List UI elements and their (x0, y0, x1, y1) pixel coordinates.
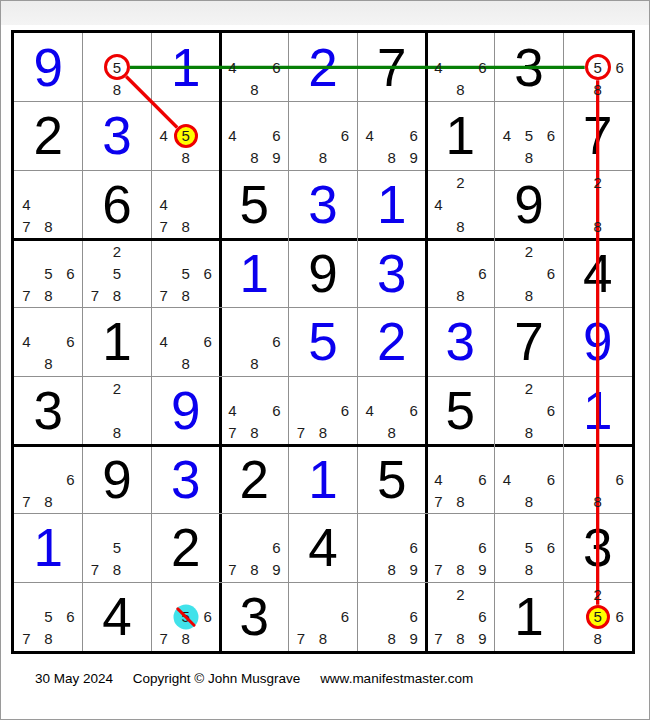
pencil-mark: 8 (175, 147, 197, 169)
cell-r2c7[interactable]: 1 (426, 102, 495, 171)
cell-digit: 2 (357, 308, 426, 377)
cell-r5c9[interactable]: 9 (563, 308, 632, 377)
cell-r4c5[interactable]: 9 (289, 239, 358, 308)
pencil-mark: 6 (403, 400, 425, 422)
pencil-mark: 8 (449, 284, 471, 306)
grid-line-vertical (563, 33, 564, 651)
pencil-mark: 4 (153, 331, 175, 353)
cell-r6c1[interactable]: 3 (14, 376, 83, 445)
cell-r8c6[interactable]: 689 (357, 514, 426, 583)
grid-line-horizontal (14, 170, 632, 171)
pencil-mark: 9 (471, 628, 493, 650)
pencil-mark: 6 (471, 56, 493, 78)
pencil-mark: 6 (265, 331, 287, 353)
cell-r7c7[interactable]: 4678 (426, 445, 495, 514)
pencil-mark: 6 (609, 468, 631, 490)
grid-line-horizontal (14, 444, 632, 447)
pencil-mark: 6 (59, 331, 81, 353)
pencil-mark: 8 (37, 628, 59, 650)
pencil-mark: 4 (427, 194, 449, 216)
pencil-mark: 2 (587, 584, 609, 606)
pencil-mark: 8 (243, 147, 265, 169)
cell-digit: 3 (151, 445, 220, 514)
pencil-mark: 8 (37, 284, 59, 306)
cell-digit: 7 (495, 308, 564, 377)
cell-r6c9[interactable]: 1 (563, 376, 632, 445)
pencil-mark: 7 (221, 422, 243, 444)
pencil-mark: 8 (587, 78, 609, 100)
cell-r5c2[interactable]: 1 (83, 308, 152, 377)
cell-r8c3[interactable]: 2 (151, 514, 220, 583)
pencil-mark: 8 (106, 559, 128, 581)
footer-copyright: Copyright © John Musgrave (133, 671, 301, 686)
cell-r3c1[interactable]: 478 (14, 170, 83, 239)
cell-r4c6[interactable]: 3 (357, 239, 426, 308)
pencil-mark: 7 (153, 628, 175, 650)
grid-line-vertical (357, 33, 358, 651)
pencil-mark: 6 (540, 537, 562, 559)
cell-r8c4[interactable]: 6789 (220, 514, 289, 583)
pencil-mark: 8 (449, 559, 471, 581)
pencil-mark: 4 (221, 56, 243, 78)
pencil-mark: 8 (518, 147, 540, 169)
pencil-mark: 2 (449, 172, 471, 194)
cell-r4c1[interactable]: 5678 (14, 239, 83, 308)
pencil-mark: 8 (312, 147, 334, 169)
cell-r9c2[interactable]: 4 (83, 582, 152, 651)
cell-digit: 3 (357, 239, 426, 308)
pencil-mark: 8 (381, 559, 403, 581)
pencil-mark: 6 (197, 606, 219, 628)
cell-digit: 4 (289, 514, 358, 583)
pencil-mark: 8 (587, 628, 609, 650)
cell-r9c6[interactable]: 689 (357, 582, 426, 651)
cell-digit: 9 (151, 376, 220, 445)
cell-digit: 7 (563, 102, 632, 171)
pencil-mark: 5 (175, 125, 197, 147)
pencil-mark: 8 (106, 422, 128, 444)
grid-line-vertical (494, 33, 495, 651)
cell-r2c8[interactable]: 4568 (495, 102, 564, 171)
pencil-mark: 8 (518, 422, 540, 444)
pencil-mark: 6 (197, 331, 219, 353)
pencil-mark: 8 (449, 490, 471, 512)
pencil-mark: 6 (540, 262, 562, 284)
pencil-mark: 6 (403, 537, 425, 559)
pencil-mark: 4 (359, 125, 381, 147)
cell-r7c3[interactable]: 3 (151, 445, 220, 514)
cell-r2c3[interactable]: 458 (151, 102, 220, 171)
pencil-mark: 5 (106, 56, 128, 78)
pencil-mark: 4 (221, 125, 243, 147)
pencil-mark: 9 (403, 628, 425, 650)
cell-r1c9[interactable]: 568 (563, 33, 632, 102)
cell-r1c5[interactable]: 2 (289, 33, 358, 102)
grid-line-vertical (425, 33, 428, 651)
cell-r8c7[interactable]: 6789 (426, 514, 495, 583)
cell-r3c4[interactable]: 5 (220, 170, 289, 239)
pencil-mark: 4 (496, 125, 518, 147)
cell-r5c7[interactable]: 3 (426, 308, 495, 377)
pencil-mark: 6 (471, 262, 493, 284)
pencil-mark: 2 (106, 378, 128, 400)
footer-date: 30 May 2024 (35, 671, 113, 686)
pencil-mark: 6 (334, 606, 356, 628)
pencil-mark: 6 (471, 606, 493, 628)
pencil-mark: 2 (518, 378, 540, 400)
pencil-mark: 8 (587, 216, 609, 238)
pencil-mark: 5 (37, 262, 59, 284)
cell-r5c5[interactable]: 5 (289, 308, 358, 377)
cell-digit: 9 (289, 239, 358, 308)
pencil-mark: 5 (587, 606, 609, 628)
cell-digit: 3 (220, 582, 289, 651)
footer: 30 May 2024 Copyright © John Musgrave ww… (35, 671, 489, 686)
pencil-mark: 9 (471, 559, 493, 581)
cell-digit: 1 (289, 445, 358, 514)
cell-r4c2[interactable]: 2578 (83, 239, 152, 308)
pencil-mark: 6 (540, 468, 562, 490)
cell-digit: 2 (151, 514, 220, 583)
cell-digit: 1 (563, 376, 632, 445)
pencil-mark: 6 (403, 125, 425, 147)
cell-r7c5[interactable]: 1 (289, 445, 358, 514)
cell-digit: 7 (357, 33, 426, 102)
cell-r6c6[interactable]: 468 (357, 376, 426, 445)
cell-r1c8[interactable]: 3 (495, 33, 564, 102)
pencil-mark: 4 (427, 468, 449, 490)
pencil-mark: 4 (427, 56, 449, 78)
pencil-mark: 6 (334, 400, 356, 422)
cell-r7c2[interactable]: 9 (83, 445, 152, 514)
pencil-mark: 9 (403, 559, 425, 581)
cell-digit: 2 (14, 102, 83, 171)
pencil-mark: 2 (518, 240, 540, 262)
cell-r5c6[interactable]: 2 (357, 308, 426, 377)
cell-digit: 3 (289, 170, 358, 239)
pencil-mark: 8 (587, 490, 609, 512)
cell-digit: 1 (151, 33, 220, 102)
pencil-mark: 6 (265, 400, 287, 422)
cell-r6c8[interactable]: 268 (495, 376, 564, 445)
cell-r5c4[interactable]: 68 (220, 308, 289, 377)
cell-digit: 3 (563, 514, 632, 583)
grid-line-horizontal (14, 238, 632, 241)
pencil-mark: 7 (84, 284, 106, 306)
cell-digit: 5 (289, 308, 358, 377)
pencil-mark: 8 (449, 78, 471, 100)
cell-r7c9[interactable]: 68 (563, 445, 632, 514)
pencil-mark: 7 (221, 559, 243, 581)
cell-r4c8[interactable]: 268 (495, 239, 564, 308)
pencil-mark: 5 (106, 262, 128, 284)
title-band (1, 1, 649, 25)
cell-r2c9[interactable]: 7 (563, 102, 632, 171)
cell-r4c4[interactable]: 1 (220, 239, 289, 308)
cell-r7c6[interactable]: 5 (357, 445, 426, 514)
pencil-mark: 6 (265, 125, 287, 147)
cell-digit: 1 (426, 102, 495, 171)
pencil-mark: 7 (427, 490, 449, 512)
pencil-mark: 7 (290, 422, 312, 444)
cell-digit: 9 (14, 33, 83, 102)
cell-r6c3[interactable]: 9 (151, 376, 220, 445)
pencil-mark: 9 (403, 147, 425, 169)
pencil-mark: 8 (175, 628, 197, 650)
pencil-mark: 8 (243, 353, 265, 375)
pencil-mark: 4 (153, 194, 175, 216)
cell-r3c8[interactable]: 9 (495, 170, 564, 239)
cell-r1c6[interactable]: 7 (357, 33, 426, 102)
pencil-mark: 8 (312, 628, 334, 650)
pencil-mark: 8 (243, 78, 265, 100)
cell-digit: 4 (563, 239, 632, 308)
pencil-mark: 6 (197, 262, 219, 284)
pencil-mark: 4 (221, 400, 243, 422)
grid-line-horizontal (14, 376, 632, 377)
pencil-mark: 8 (449, 216, 471, 238)
pencil-mark: 7 (15, 490, 37, 512)
pencil-mark: 8 (37, 216, 59, 238)
cell-r9c4[interactable]: 3 (220, 582, 289, 651)
cell-digit: 5 (426, 376, 495, 445)
cell-r1c2[interactable]: 58 (83, 33, 152, 102)
cell-r7c4[interactable]: 2 (220, 445, 289, 514)
pencil-mark: 5 (587, 56, 609, 78)
cell-digit: 3 (495, 33, 564, 102)
pencil-mark: 8 (381, 422, 403, 444)
pencil-mark: 6 (59, 468, 81, 490)
pencil-mark: 7 (84, 559, 106, 581)
cell-r9c1[interactable]: 5678 (14, 582, 83, 651)
pencil-mark: 6 (265, 56, 287, 78)
cell-r6c4[interactable]: 4678 (220, 376, 289, 445)
cell-r4c7[interactable]: 68 (426, 239, 495, 308)
cell-digit: 4 (83, 582, 152, 651)
pencil-mark: 5 (37, 606, 59, 628)
grid-line-vertical (82, 33, 83, 651)
pencil-mark: 8 (449, 628, 471, 650)
cell-digit: 5 (220, 170, 289, 239)
cell-digit: 1 (495, 582, 564, 651)
cell-r3c7[interactable]: 248 (426, 170, 495, 239)
cell-r3c9[interactable]: 28 (563, 170, 632, 239)
pencil-mark: 7 (15, 628, 37, 650)
pencil-mark: 4 (15, 194, 37, 216)
pencil-mark: 8 (243, 422, 265, 444)
cell-r8c1[interactable]: 1 (14, 514, 83, 583)
cell-r9c5[interactable]: 678 (289, 582, 358, 651)
cell-digit: 3 (14, 376, 83, 445)
grid-line-vertical (219, 33, 222, 651)
pencil-mark: 8 (381, 628, 403, 650)
pencil-mark: 5 (518, 125, 540, 147)
pencil-mark: 6 (609, 56, 631, 78)
pencil-mark: 4 (15, 331, 37, 353)
pencil-mark: 8 (106, 284, 128, 306)
cell-r1c4[interactable]: 468 (220, 33, 289, 102)
cell-digit: 2 (289, 33, 358, 102)
pencil-mark: 8 (106, 78, 128, 100)
pencil-mark: 9 (265, 559, 287, 581)
grid-line-horizontal (14, 582, 632, 583)
cell-r4c3[interactable]: 5678 (151, 239, 220, 308)
cell-r1c3[interactable]: 1 (151, 33, 220, 102)
grid-line-vertical (288, 33, 289, 651)
cell-r5c1[interactable]: 468 (14, 308, 83, 377)
cell-digit: 1 (14, 514, 83, 583)
cell-r8c9[interactable]: 3 (563, 514, 632, 583)
pencil-mark: 8 (518, 490, 540, 512)
pencil-mark: 5 (175, 606, 197, 628)
pencil-mark: 6 (265, 537, 287, 559)
grid-line-horizontal (14, 307, 632, 308)
cell-r1c1[interactable]: 9 (14, 33, 83, 102)
cell-r9c9[interactable]: 2568 (563, 582, 632, 651)
pencil-mark: 6 (471, 537, 493, 559)
pencil-mark: 7 (15, 216, 37, 238)
cell-digit: 9 (563, 308, 632, 377)
pencil-mark: 6 (471, 468, 493, 490)
sudoku-board: 9581468274683568234584689684689145687478… (11, 30, 635, 654)
cell-digit: 1 (220, 239, 289, 308)
pencil-mark: 7 (153, 284, 175, 306)
footer-url[interactable]: www.manifestmaster.com (320, 671, 473, 686)
cell-r6c2[interactable]: 28 (83, 376, 152, 445)
pencil-mark: 7 (15, 284, 37, 306)
cell-r2c5[interactable]: 68 (289, 102, 358, 171)
pencil-mark: 5 (106, 537, 128, 559)
cell-digit: 9 (495, 170, 564, 239)
cell-r3c3[interactable]: 478 (151, 170, 220, 239)
pencil-mark: 6 (403, 606, 425, 628)
cell-r8c8[interactable]: 568 (495, 514, 564, 583)
grid-line-horizontal (14, 101, 632, 102)
pencil-mark: 8 (381, 147, 403, 169)
cell-r2c6[interactable]: 4689 (357, 102, 426, 171)
cell-r9c7[interactable]: 26789 (426, 582, 495, 651)
cell-r5c3[interactable]: 468 (151, 308, 220, 377)
cell-r9c3[interactable]: 5678 (151, 582, 220, 651)
cell-digit: 2 (220, 445, 289, 514)
pencil-mark: 7 (290, 628, 312, 650)
pencil-mark: 6 (59, 262, 81, 284)
cell-r2c2[interactable]: 3 (83, 102, 152, 171)
cell-r2c4[interactable]: 4689 (220, 102, 289, 171)
pencil-mark: 8 (37, 490, 59, 512)
cell-r3c6[interactable]: 1 (357, 170, 426, 239)
cell-digit: 9 (83, 445, 152, 514)
cell-r8c5[interactable]: 4 (289, 514, 358, 583)
pencil-mark: 4 (153, 125, 175, 147)
pencil-mark: 7 (153, 216, 175, 238)
pencil-mark: 8 (175, 284, 197, 306)
pencil-mark: 5 (175, 262, 197, 284)
pencil-mark: 9 (265, 147, 287, 169)
pencil-mark: 2 (449, 584, 471, 606)
cell-digit: 3 (426, 308, 495, 377)
grid-line-vertical (151, 33, 152, 651)
cell-r4c9[interactable]: 4 (563, 239, 632, 308)
pencil-mark: 6 (540, 400, 562, 422)
cell-r7c8[interactable]: 468 (495, 445, 564, 514)
cell-r9c8[interactable]: 1 (495, 582, 564, 651)
cell-r6c5[interactable]: 678 (289, 376, 358, 445)
pencil-mark: 6 (334, 125, 356, 147)
pencil-mark: 8 (312, 422, 334, 444)
pencil-mark: 8 (175, 353, 197, 375)
cell-digit: 1 (357, 170, 426, 239)
page: 9581468274683568234584689684689145687478… (0, 0, 650, 720)
cell-r7c1[interactable]: 678 (14, 445, 83, 514)
pencil-mark: 7 (427, 559, 449, 581)
pencil-mark: 7 (427, 628, 449, 650)
cell-digit: 6 (83, 170, 152, 239)
cell-digit: 1 (83, 308, 152, 377)
cell-digit: 5 (357, 445, 426, 514)
pencil-mark: 6 (59, 606, 81, 628)
pencil-mark: 8 (175, 216, 197, 238)
pencil-mark: 2 (106, 240, 128, 262)
pencil-mark: 6 (540, 125, 562, 147)
cell-r3c5[interactable]: 3 (289, 170, 358, 239)
cell-r8c2[interactable]: 578 (83, 514, 152, 583)
pencil-mark: 2 (587, 172, 609, 194)
cell-r1c7[interactable]: 468 (426, 33, 495, 102)
pencil-mark: 5 (518, 537, 540, 559)
pencil-mark: 4 (359, 400, 381, 422)
pencil-mark: 8 (37, 353, 59, 375)
cell-digit: 3 (83, 102, 152, 171)
pencil-mark: 4 (496, 468, 518, 490)
pencil-mark: 6 (609, 606, 631, 628)
cell-r6c7[interactable]: 5 (426, 376, 495, 445)
cell-r2c1[interactable]: 2 (14, 102, 83, 171)
grid-line-horizontal (14, 513, 632, 514)
cell-r3c2[interactable]: 6 (83, 170, 152, 239)
pencil-mark: 8 (243, 559, 265, 581)
pencil-mark: 8 (518, 559, 540, 581)
pencil-mark: 8 (518, 284, 540, 306)
cell-r5c8[interactable]: 7 (495, 308, 564, 377)
